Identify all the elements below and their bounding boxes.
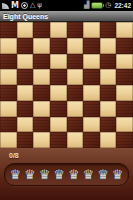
square-r5-c4[interactable] (50, 85, 67, 101)
battery-icon (91, 2, 103, 9)
square-r6-c1[interactable] (0, 101, 17, 117)
square-r2-c1[interactable] (0, 38, 17, 54)
square-r8-c8[interactable] (116, 132, 133, 148)
square-r2-c8[interactable] (116, 38, 133, 54)
tray-queen-3[interactable]: ♛ (39, 168, 51, 181)
gps-icon (21, 2, 28, 9)
square-r6-c5[interactable] (67, 101, 84, 117)
square-r2-c7[interactable] (100, 38, 117, 54)
phone-screen: M △ ψ ▟ ◷ 22:42 Eight Queens 0/8 ♛♛♛♛♛♛♛… (0, 0, 133, 200)
square-r6-c6[interactable] (83, 101, 100, 117)
alarm-clock-icon: ◷ (105, 1, 111, 10)
square-r1-c4[interactable] (50, 22, 67, 38)
square-r4-c2[interactable] (17, 69, 34, 85)
tray-queen-8[interactable]: ♛ (112, 168, 124, 181)
square-r2-c4[interactable] (50, 38, 67, 54)
status-bar-clock: 22:42 (113, 2, 131, 9)
app-title: Eight Queens (3, 13, 48, 20)
square-r1-c3[interactable] (33, 22, 50, 38)
footer-panel: 0/8 ♛♛♛♛♛♛♛♛ (0, 148, 133, 200)
square-r4-c1[interactable] (0, 69, 17, 85)
square-r8-c4[interactable] (50, 132, 67, 148)
square-r8-c2[interactable] (17, 132, 34, 148)
usb-icon: ψ (37, 1, 42, 10)
status-bar: M △ ψ ▟ ◷ 22:42 (0, 0, 133, 11)
square-r7-c2[interactable] (17, 117, 34, 133)
square-r7-c5[interactable] (67, 117, 84, 133)
square-r2-c6[interactable] (83, 38, 100, 54)
square-r3-c1[interactable] (0, 54, 17, 70)
tray-queen-2[interactable]: ♛ (24, 168, 36, 181)
square-r3-c6[interactable] (83, 54, 100, 70)
square-r5-c3[interactable] (33, 85, 50, 101)
tray-queen-4[interactable]: ♛ (53, 168, 65, 181)
queen-tray[interactable]: ♛♛♛♛♛♛♛♛ (4, 163, 129, 186)
tray-queen-5[interactable]: ♛ (68, 168, 80, 181)
square-r6-c3[interactable] (33, 101, 50, 117)
square-r5-c8[interactable] (116, 85, 133, 101)
square-r4-c5[interactable] (67, 69, 84, 85)
m-notification-icon: M (11, 1, 19, 10)
square-r1-c5[interactable] (67, 22, 84, 38)
square-r2-c3[interactable] (33, 38, 50, 54)
tray-queen-1[interactable]: ♛ (9, 168, 21, 181)
tray-queen-7[interactable]: ♛ (97, 168, 109, 181)
square-r1-c6[interactable] (83, 22, 100, 38)
square-r2-c5[interactable] (67, 38, 84, 54)
square-r8-c6[interactable] (83, 132, 100, 148)
square-r6-c2[interactable] (17, 101, 34, 117)
square-r7-c6[interactable] (83, 117, 100, 133)
square-r1-c8[interactable] (116, 22, 133, 38)
board[interactable] (0, 22, 133, 148)
square-r3-c3[interactable] (33, 54, 50, 70)
square-r5-c6[interactable] (83, 85, 100, 101)
status-bar-left-icons: M △ ψ (2, 1, 42, 10)
square-r6-c7[interactable] (100, 101, 117, 117)
wifi-icon (2, 3, 9, 9)
square-r6-c4[interactable] (50, 101, 67, 117)
square-r4-c6[interactable] (83, 69, 100, 85)
square-r7-c8[interactable] (116, 117, 133, 133)
square-r3-c5[interactable] (67, 54, 84, 70)
square-r8-c3[interactable] (33, 132, 50, 148)
square-r3-c8[interactable] (116, 54, 133, 70)
square-r7-c7[interactable] (100, 117, 117, 133)
square-r8-c7[interactable] (100, 132, 117, 148)
square-r4-c8[interactable] (116, 69, 133, 85)
tray-queen-6[interactable]: ♛ (83, 168, 95, 181)
square-r4-c4[interactable] (50, 69, 67, 85)
square-r5-c1[interactable] (0, 85, 17, 101)
signal-strength-icon: ▟ (84, 1, 89, 10)
square-r1-c2[interactable] (17, 22, 34, 38)
square-r1-c1[interactable] (0, 22, 17, 38)
square-r7-c4[interactable] (50, 117, 67, 133)
placed-queens-counter: 0/8 (9, 152, 19, 159)
square-r5-c2[interactable] (17, 85, 34, 101)
square-r4-c7[interactable] (100, 69, 117, 85)
square-r5-c7[interactable] (100, 85, 117, 101)
square-r7-c1[interactable] (0, 117, 17, 133)
square-r5-c5[interactable] (67, 85, 84, 101)
title-bar: Eight Queens (0, 11, 133, 22)
square-r1-c7[interactable] (100, 22, 117, 38)
square-r3-c7[interactable] (100, 54, 117, 70)
square-r3-c4[interactable] (50, 54, 67, 70)
square-r8-c1[interactable] (0, 132, 17, 148)
square-r7-c3[interactable] (33, 117, 50, 133)
warning-triangle-icon: △ (30, 1, 35, 10)
square-r6-c8[interactable] (116, 101, 133, 117)
status-bar-right-icons: ▟ ◷ 22:42 (84, 1, 131, 10)
square-r2-c2[interactable] (17, 38, 34, 54)
square-r3-c2[interactable] (17, 54, 34, 70)
square-r4-c3[interactable] (33, 69, 50, 85)
square-r8-c5[interactable] (67, 132, 84, 148)
